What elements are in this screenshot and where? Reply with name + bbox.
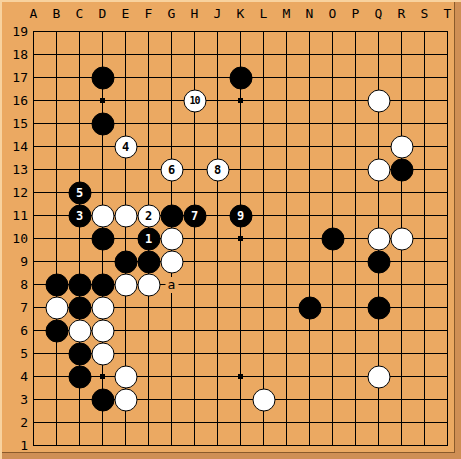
intersection-F4[interactable] — [137, 365, 160, 388]
intersection-H12[interactable] — [183, 181, 206, 204]
intersection-C13[interactable] — [68, 158, 91, 181]
intersection-N4[interactable] — [298, 365, 321, 388]
intersection-T2[interactable] — [436, 411, 459, 434]
intersection-E8[interactable] — [114, 273, 137, 296]
intersection-P14[interactable] — [344, 135, 367, 158]
intersection-T5[interactable] — [436, 342, 459, 365]
intersection-D5[interactable] — [91, 342, 114, 365]
intersection-J19[interactable] — [206, 20, 229, 43]
intersection-G4[interactable] — [160, 365, 183, 388]
intersection-O15[interactable] — [321, 112, 344, 135]
intersection-L12[interactable] — [252, 181, 275, 204]
intersection-C17[interactable] — [68, 66, 91, 89]
intersection-G17[interactable] — [160, 66, 183, 89]
intersection-S9[interactable] — [413, 250, 436, 273]
intersection-G6[interactable] — [160, 319, 183, 342]
intersection-G15[interactable] — [160, 112, 183, 135]
intersection-Q6[interactable] — [367, 319, 390, 342]
intersection-M3[interactable] — [275, 388, 298, 411]
intersection-L4[interactable] — [252, 365, 275, 388]
intersection-F19[interactable] — [137, 20, 160, 43]
intersection-B18[interactable] — [45, 43, 68, 66]
intersection-R10[interactable] — [390, 227, 413, 250]
intersection-T9[interactable] — [436, 250, 459, 273]
intersection-E16[interactable] — [114, 89, 137, 112]
intersection-N11[interactable] — [298, 204, 321, 227]
intersection-B4[interactable] — [45, 365, 68, 388]
intersection-L2[interactable] — [252, 411, 275, 434]
intersection-C6[interactable] — [68, 319, 91, 342]
intersection-A2[interactable] — [22, 411, 45, 434]
intersection-N9[interactable] — [298, 250, 321, 273]
intersection-B11[interactable] — [45, 204, 68, 227]
intersection-B2[interactable] — [45, 411, 68, 434]
intersection-O17[interactable] — [321, 66, 344, 89]
intersection-G19[interactable] — [160, 20, 183, 43]
intersection-G14[interactable] — [160, 135, 183, 158]
intersection-F18[interactable] — [137, 43, 160, 66]
intersection-D3[interactable] — [91, 388, 114, 411]
intersection-H10[interactable] — [183, 227, 206, 250]
intersection-K14[interactable] — [229, 135, 252, 158]
intersection-C3[interactable] — [68, 388, 91, 411]
intersection-J12[interactable] — [206, 181, 229, 204]
intersection-H15[interactable] — [183, 112, 206, 135]
intersection-B8[interactable] — [45, 273, 68, 296]
intersection-A9[interactable] — [22, 250, 45, 273]
intersection-S14[interactable] — [413, 135, 436, 158]
intersection-K3[interactable] — [229, 388, 252, 411]
intersection-B19[interactable] — [45, 20, 68, 43]
intersection-R9[interactable] — [390, 250, 413, 273]
intersection-K11[interactable]: 9 — [229, 204, 252, 227]
intersection-S8[interactable] — [413, 273, 436, 296]
intersection-T1[interactable] — [436, 434, 459, 457]
intersection-J3[interactable] — [206, 388, 229, 411]
intersection-S13[interactable] — [413, 158, 436, 181]
intersection-G10[interactable] — [160, 227, 183, 250]
intersection-B15[interactable] — [45, 112, 68, 135]
intersection-T6[interactable] — [436, 319, 459, 342]
intersection-R1[interactable] — [390, 434, 413, 457]
intersection-J1[interactable] — [206, 434, 229, 457]
intersection-K19[interactable] — [229, 20, 252, 43]
intersection-L16[interactable] — [252, 89, 275, 112]
intersection-F6[interactable] — [137, 319, 160, 342]
intersection-L13[interactable] — [252, 158, 275, 181]
intersection-Q11[interactable] — [367, 204, 390, 227]
intersection-D6[interactable] — [91, 319, 114, 342]
intersection-E2[interactable] — [114, 411, 137, 434]
intersection-H3[interactable] — [183, 388, 206, 411]
intersection-N3[interactable] — [298, 388, 321, 411]
intersection-E10[interactable] — [114, 227, 137, 250]
intersection-D13[interactable] — [91, 158, 114, 181]
intersection-M4[interactable] — [275, 365, 298, 388]
intersection-J10[interactable] — [206, 227, 229, 250]
intersection-K15[interactable] — [229, 112, 252, 135]
intersection-F14[interactable] — [137, 135, 160, 158]
intersection-F16[interactable] — [137, 89, 160, 112]
intersection-C19[interactable] — [68, 20, 91, 43]
intersection-P15[interactable] — [344, 112, 367, 135]
intersection-F3[interactable] — [137, 388, 160, 411]
intersection-C1[interactable] — [68, 434, 91, 457]
intersection-T7[interactable] — [436, 296, 459, 319]
intersection-P12[interactable] — [344, 181, 367, 204]
intersection-R5[interactable] — [390, 342, 413, 365]
intersection-N13[interactable] — [298, 158, 321, 181]
intersection-N19[interactable] — [298, 20, 321, 43]
intersection-R17[interactable] — [390, 66, 413, 89]
intersection-P1[interactable] — [344, 434, 367, 457]
intersection-G8[interactable]: a — [160, 273, 183, 296]
intersection-R8[interactable] — [390, 273, 413, 296]
intersection-O6[interactable] — [321, 319, 344, 342]
intersection-B6[interactable] — [45, 319, 68, 342]
intersection-G12[interactable] — [160, 181, 183, 204]
intersection-S3[interactable] — [413, 388, 436, 411]
intersection-L15[interactable] — [252, 112, 275, 135]
intersection-C15[interactable] — [68, 112, 91, 135]
intersection-M1[interactable] — [275, 434, 298, 457]
intersection-O4[interactable] — [321, 365, 344, 388]
intersection-R15[interactable] — [390, 112, 413, 135]
intersection-E5[interactable] — [114, 342, 137, 365]
intersection-E4[interactable] — [114, 365, 137, 388]
intersection-N2[interactable] — [298, 411, 321, 434]
intersection-R11[interactable] — [390, 204, 413, 227]
intersection-R13[interactable] — [390, 158, 413, 181]
intersection-T18[interactable] — [436, 43, 459, 66]
intersection-M8[interactable] — [275, 273, 298, 296]
intersection-C12[interactable]: 5 — [68, 181, 91, 204]
intersection-E14[interactable]: 4 — [114, 135, 137, 158]
intersection-P13[interactable] — [344, 158, 367, 181]
intersection-H17[interactable] — [183, 66, 206, 89]
intersection-O8[interactable] — [321, 273, 344, 296]
intersection-M9[interactable] — [275, 250, 298, 273]
intersection-B17[interactable] — [45, 66, 68, 89]
intersection-R19[interactable] — [390, 20, 413, 43]
intersection-R18[interactable] — [390, 43, 413, 66]
intersection-H4[interactable] — [183, 365, 206, 388]
intersection-J2[interactable] — [206, 411, 229, 434]
intersection-O7[interactable] — [321, 296, 344, 319]
intersection-J4[interactable] — [206, 365, 229, 388]
intersection-T12[interactable] — [436, 181, 459, 204]
intersection-K5[interactable] — [229, 342, 252, 365]
intersection-T14[interactable] — [436, 135, 459, 158]
intersection-O12[interactable] — [321, 181, 344, 204]
intersection-E12[interactable] — [114, 181, 137, 204]
intersection-J16[interactable] — [206, 89, 229, 112]
intersection-G11[interactable] — [160, 204, 183, 227]
intersection-L14[interactable] — [252, 135, 275, 158]
intersection-E9[interactable] — [114, 250, 137, 273]
intersection-Q5[interactable] — [367, 342, 390, 365]
intersection-P3[interactable] — [344, 388, 367, 411]
intersection-Q18[interactable] — [367, 43, 390, 66]
intersection-H5[interactable] — [183, 342, 206, 365]
intersection-J8[interactable] — [206, 273, 229, 296]
intersection-Q8[interactable] — [367, 273, 390, 296]
intersection-P7[interactable] — [344, 296, 367, 319]
intersection-P2[interactable] — [344, 411, 367, 434]
intersection-E19[interactable] — [114, 20, 137, 43]
intersection-L18[interactable] — [252, 43, 275, 66]
intersection-C10[interactable] — [68, 227, 91, 250]
intersection-E1[interactable] — [114, 434, 137, 457]
intersection-P10[interactable] — [344, 227, 367, 250]
intersection-C16[interactable] — [68, 89, 91, 112]
intersection-P5[interactable] — [344, 342, 367, 365]
intersection-M13[interactable] — [275, 158, 298, 181]
intersection-L7[interactable] — [252, 296, 275, 319]
intersection-P18[interactable] — [344, 43, 367, 66]
intersection-F1[interactable] — [137, 434, 160, 457]
intersection-H9[interactable] — [183, 250, 206, 273]
intersection-H19[interactable] — [183, 20, 206, 43]
intersection-T10[interactable] — [436, 227, 459, 250]
intersection-K9[interactable] — [229, 250, 252, 273]
intersection-T3[interactable] — [436, 388, 459, 411]
intersection-G13[interactable]: 6 — [160, 158, 183, 181]
intersection-S10[interactable] — [413, 227, 436, 250]
intersection-T8[interactable] — [436, 273, 459, 296]
intersection-G16[interactable] — [160, 89, 183, 112]
intersection-J17[interactable] — [206, 66, 229, 89]
intersection-J5[interactable] — [206, 342, 229, 365]
intersection-F15[interactable] — [137, 112, 160, 135]
intersection-R16[interactable] — [390, 89, 413, 112]
intersection-B1[interactable] — [45, 434, 68, 457]
intersection-F2[interactable] — [137, 411, 160, 434]
intersection-A15[interactable] — [22, 112, 45, 135]
intersection-C18[interactable] — [68, 43, 91, 66]
intersection-M11[interactable] — [275, 204, 298, 227]
intersection-M17[interactable] — [275, 66, 298, 89]
intersection-R7[interactable] — [390, 296, 413, 319]
intersection-F12[interactable] — [137, 181, 160, 204]
intersection-B5[interactable] — [45, 342, 68, 365]
intersection-Q17[interactable] — [367, 66, 390, 89]
intersection-C2[interactable] — [68, 411, 91, 434]
intersection-A4[interactable] — [22, 365, 45, 388]
intersection-B3[interactable] — [45, 388, 68, 411]
intersection-O10[interactable] — [321, 227, 344, 250]
intersection-C11[interactable]: 3 — [68, 204, 91, 227]
intersection-P4[interactable] — [344, 365, 367, 388]
intersection-Q10[interactable] — [367, 227, 390, 250]
intersection-L19[interactable] — [252, 20, 275, 43]
intersection-S18[interactable] — [413, 43, 436, 66]
intersection-R3[interactable] — [390, 388, 413, 411]
intersection-K12[interactable] — [229, 181, 252, 204]
intersection-L5[interactable] — [252, 342, 275, 365]
intersection-D2[interactable] — [91, 411, 114, 434]
intersection-H2[interactable] — [183, 411, 206, 434]
intersection-J11[interactable] — [206, 204, 229, 227]
intersection-F10[interactable]: 1 — [137, 227, 160, 250]
intersection-H1[interactable] — [183, 434, 206, 457]
intersection-S5[interactable] — [413, 342, 436, 365]
intersection-T13[interactable] — [436, 158, 459, 181]
intersection-Q9[interactable] — [367, 250, 390, 273]
intersection-O13[interactable] — [321, 158, 344, 181]
intersection-Q1[interactable] — [367, 434, 390, 457]
intersection-T4[interactable] — [436, 365, 459, 388]
intersection-O3[interactable] — [321, 388, 344, 411]
intersection-O11[interactable] — [321, 204, 344, 227]
intersection-G7[interactable] — [160, 296, 183, 319]
intersection-A3[interactable] — [22, 388, 45, 411]
intersection-Q7[interactable] — [367, 296, 390, 319]
intersection-J13[interactable]: 8 — [206, 158, 229, 181]
intersection-B10[interactable] — [45, 227, 68, 250]
intersection-F9[interactable] — [137, 250, 160, 273]
intersection-N16[interactable] — [298, 89, 321, 112]
intersection-J18[interactable] — [206, 43, 229, 66]
intersection-M7[interactable] — [275, 296, 298, 319]
intersection-C14[interactable] — [68, 135, 91, 158]
intersection-R6[interactable] — [390, 319, 413, 342]
intersection-H13[interactable] — [183, 158, 206, 181]
intersection-P9[interactable] — [344, 250, 367, 273]
intersection-H7[interactable] — [183, 296, 206, 319]
intersection-O1[interactable] — [321, 434, 344, 457]
intersection-E6[interactable] — [114, 319, 137, 342]
intersection-K13[interactable] — [229, 158, 252, 181]
intersection-L9[interactable] — [252, 250, 275, 273]
intersection-C5[interactable] — [68, 342, 91, 365]
intersection-P11[interactable] — [344, 204, 367, 227]
intersection-N5[interactable] — [298, 342, 321, 365]
intersection-A7[interactable] — [22, 296, 45, 319]
intersection-D4[interactable] — [91, 365, 114, 388]
intersection-N1[interactable] — [298, 434, 321, 457]
intersection-L11[interactable] — [252, 204, 275, 227]
intersection-Q19[interactable] — [367, 20, 390, 43]
intersection-L17[interactable] — [252, 66, 275, 89]
intersection-H14[interactable] — [183, 135, 206, 158]
intersection-O2[interactable] — [321, 411, 344, 434]
intersection-J9[interactable] — [206, 250, 229, 273]
intersection-S2[interactable] — [413, 411, 436, 434]
intersection-C7[interactable] — [68, 296, 91, 319]
intersection-N17[interactable] — [298, 66, 321, 89]
intersection-N15[interactable] — [298, 112, 321, 135]
intersection-T15[interactable] — [436, 112, 459, 135]
intersection-K8[interactable] — [229, 273, 252, 296]
intersection-E3[interactable] — [114, 388, 137, 411]
intersection-G3[interactable] — [160, 388, 183, 411]
intersection-M12[interactable] — [275, 181, 298, 204]
intersection-S16[interactable] — [413, 89, 436, 112]
intersection-K4[interactable] — [229, 365, 252, 388]
intersection-S12[interactable] — [413, 181, 436, 204]
intersection-L10[interactable] — [252, 227, 275, 250]
intersection-J15[interactable] — [206, 112, 229, 135]
intersection-D12[interactable] — [91, 181, 114, 204]
intersection-B7[interactable] — [45, 296, 68, 319]
intersection-A19[interactable] — [22, 20, 45, 43]
intersection-H6[interactable] — [183, 319, 206, 342]
intersection-H8[interactable] — [183, 273, 206, 296]
intersection-F7[interactable] — [137, 296, 160, 319]
intersection-P17[interactable] — [344, 66, 367, 89]
intersection-R4[interactable] — [390, 365, 413, 388]
intersection-D14[interactable] — [91, 135, 114, 158]
intersection-L1[interactable] — [252, 434, 275, 457]
intersection-H11[interactable]: 7 — [183, 204, 206, 227]
intersection-A16[interactable] — [22, 89, 45, 112]
intersection-A18[interactable] — [22, 43, 45, 66]
intersection-J14[interactable] — [206, 135, 229, 158]
intersection-K18[interactable] — [229, 43, 252, 66]
intersection-K6[interactable] — [229, 319, 252, 342]
intersection-M16[interactable] — [275, 89, 298, 112]
intersection-G2[interactable] — [160, 411, 183, 434]
intersection-Q3[interactable] — [367, 388, 390, 411]
intersection-D17[interactable] — [91, 66, 114, 89]
intersection-O16[interactable] — [321, 89, 344, 112]
intersection-N10[interactable] — [298, 227, 321, 250]
intersection-B13[interactable] — [45, 158, 68, 181]
intersection-H18[interactable] — [183, 43, 206, 66]
intersection-E15[interactable] — [114, 112, 137, 135]
intersection-T17[interactable] — [436, 66, 459, 89]
intersection-M2[interactable] — [275, 411, 298, 434]
intersection-E13[interactable] — [114, 158, 137, 181]
intersection-D9[interactable] — [91, 250, 114, 273]
intersection-G9[interactable] — [160, 250, 183, 273]
intersection-D7[interactable] — [91, 296, 114, 319]
intersection-M18[interactable] — [275, 43, 298, 66]
intersection-G5[interactable] — [160, 342, 183, 365]
intersection-A8[interactable] — [22, 273, 45, 296]
intersection-K7[interactable] — [229, 296, 252, 319]
intersection-M14[interactable] — [275, 135, 298, 158]
intersection-N14[interactable] — [298, 135, 321, 158]
intersection-M6[interactable] — [275, 319, 298, 342]
intersection-K1[interactable] — [229, 434, 252, 457]
intersection-S6[interactable] — [413, 319, 436, 342]
intersection-L6[interactable] — [252, 319, 275, 342]
intersection-A11[interactable] — [22, 204, 45, 227]
intersection-T16[interactable] — [436, 89, 459, 112]
intersection-C9[interactable] — [68, 250, 91, 273]
intersection-O5[interactable] — [321, 342, 344, 365]
intersection-E17[interactable] — [114, 66, 137, 89]
intersection-N12[interactable] — [298, 181, 321, 204]
intersection-F11[interactable]: 2 — [137, 204, 160, 227]
intersection-D11[interactable] — [91, 204, 114, 227]
intersection-E7[interactable] — [114, 296, 137, 319]
intersection-S17[interactable] — [413, 66, 436, 89]
intersection-N18[interactable] — [298, 43, 321, 66]
intersection-M15[interactable] — [275, 112, 298, 135]
intersection-N8[interactable] — [298, 273, 321, 296]
intersection-D16[interactable] — [91, 89, 114, 112]
intersection-M10[interactable] — [275, 227, 298, 250]
intersection-K17[interactable] — [229, 66, 252, 89]
intersection-Q12[interactable] — [367, 181, 390, 204]
intersection-S1[interactable] — [413, 434, 436, 457]
intersection-G18[interactable] — [160, 43, 183, 66]
intersection-B12[interactable] — [45, 181, 68, 204]
intersection-M5[interactable] — [275, 342, 298, 365]
